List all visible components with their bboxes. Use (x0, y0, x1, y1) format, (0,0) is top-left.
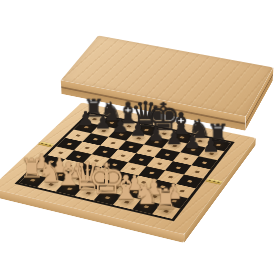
board-surface: ♜♞♝♛♚♝♞♜♟♟♟♟♟♟♟♟♟♟♟♟♟♟♟♟♜♞♝♛♚♝♞♜ (0, 102, 256, 234)
square-h1: ♜ (152, 204, 180, 219)
chess-board: ♜♞♝♛♚♝♞♜♟♟♟♟♟♟♟♟♟♟♟♟♟♟♟♟♜♞♝♛♚♝♞♜ (0, 110, 255, 243)
product-photo-chess-set: ♜♞♝♛♚♝♞♜♟♟♟♟♟♟♟♟♟♟♟♟♟♟♟♟♜♞♝♛♚♝♞♜ (0, 0, 280, 280)
brass-hinge-left (38, 141, 54, 147)
piece-black-pawn: ♟ (181, 136, 241, 155)
piece-white-rook: ♜ (133, 186, 198, 213)
